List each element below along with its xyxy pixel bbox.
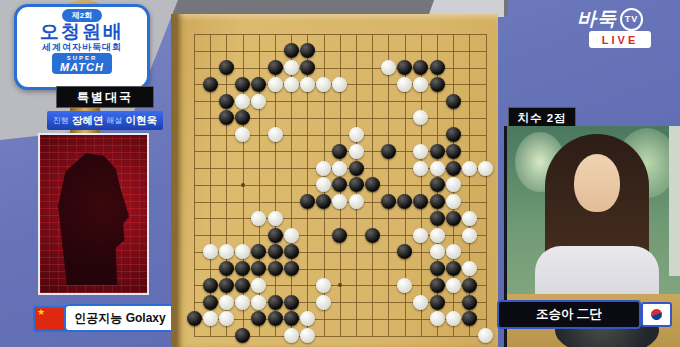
- tournament-logo: 제2회 오청원배 세계여자바둑대회 SUPER MATCH: [14, 4, 150, 90]
- black-stone: [446, 161, 461, 176]
- white-stone: [251, 295, 266, 310]
- crew-bar: 진행 장혜연 해설 이현욱: [47, 111, 163, 130]
- black-stone: [365, 228, 380, 243]
- flag-star: ★: [37, 307, 45, 317]
- white-stone: [251, 211, 266, 226]
- ai-head-silhouette: [58, 153, 132, 285]
- ai-player-panel: [38, 133, 149, 295]
- black-stone: [430, 60, 445, 75]
- black-stone: [397, 244, 412, 259]
- black-stone: [251, 261, 266, 276]
- white-stone: [430, 161, 445, 176]
- white-stone: [300, 311, 315, 326]
- board-left-rim: [171, 14, 177, 347]
- black-stone: [446, 261, 461, 276]
- white-stone: [316, 295, 331, 310]
- black-stone: [462, 311, 477, 326]
- black-stone: [397, 194, 412, 209]
- black-stone: [349, 161, 364, 176]
- white-stone: [316, 161, 331, 176]
- white-stone: [478, 328, 493, 343]
- match-text: MATCH: [60, 63, 104, 72]
- white-stone: [446, 244, 461, 259]
- black-stone: [462, 295, 477, 310]
- black-stone: [332, 144, 347, 159]
- white-stone: [430, 311, 445, 326]
- black-stone: [316, 194, 331, 209]
- black-stone: [381, 194, 396, 209]
- commentator-label: 해설: [107, 115, 123, 126]
- match-type-badge: 특별대국: [56, 86, 154, 108]
- black-stone: [203, 278, 218, 293]
- white-stone: [446, 278, 461, 293]
- black-stone: [268, 244, 283, 259]
- black-stone: [251, 244, 266, 259]
- white-stone: [349, 194, 364, 209]
- white-stone: [235, 295, 250, 310]
- white-stone: [397, 77, 412, 92]
- host-name: 장혜연: [72, 114, 104, 128]
- white-stone: [284, 60, 299, 75]
- white-stone: [413, 161, 428, 176]
- black-stone: [430, 211, 445, 226]
- white-stone: [446, 311, 461, 326]
- white-stone: [251, 94, 266, 109]
- white-stone: [219, 244, 234, 259]
- black-stone: [430, 194, 445, 209]
- tournament-subtitle: 세계여자바둑대회: [42, 42, 122, 52]
- super-match-badge: SUPER MATCH: [52, 53, 112, 74]
- white-stone: [268, 127, 283, 142]
- black-stone: [235, 328, 250, 343]
- black-stone: [446, 94, 461, 109]
- white-stone: [478, 161, 493, 176]
- white-stone: [316, 77, 331, 92]
- black-stone: [430, 177, 445, 192]
- black-stone: [284, 261, 299, 276]
- black-stone: [203, 77, 218, 92]
- player-white-label: 조승아 二단: [497, 300, 641, 329]
- white-stone: [235, 94, 250, 109]
- black-stone: [235, 278, 250, 293]
- host-label: 진행: [53, 115, 69, 126]
- black-stone: [268, 311, 283, 326]
- black-stone: [446, 127, 461, 142]
- white-stone: [300, 328, 315, 343]
- player-face: [574, 154, 620, 212]
- black-stone: [381, 144, 396, 159]
- white-stone: [413, 77, 428, 92]
- white-stone: [300, 77, 315, 92]
- grid-line: [388, 34, 389, 336]
- taegeuk-symbol: [649, 307, 664, 322]
- black-stone: [430, 144, 445, 159]
- channel-logo: 바둑 TV: [577, 8, 677, 30]
- white-stone: [235, 244, 250, 259]
- black-stone: [462, 278, 477, 293]
- white-stone: [462, 228, 477, 243]
- white-stone: [268, 211, 283, 226]
- broadcast-frame: { "game": "go", "position": { "format": …: [0, 0, 680, 347]
- black-stone: [203, 295, 218, 310]
- black-stone: [219, 94, 234, 109]
- white-stone: [381, 60, 396, 75]
- black-stone: [284, 43, 299, 58]
- black-stone: [413, 194, 428, 209]
- white-stone: [203, 244, 218, 259]
- black-stone: [284, 295, 299, 310]
- white-stone: [235, 127, 250, 142]
- star-point: [241, 183, 245, 187]
- black-stone: [430, 261, 445, 276]
- white-stone: [332, 161, 347, 176]
- black-stone: [365, 177, 380, 192]
- white-stone: [413, 110, 428, 125]
- black-stone: [219, 110, 234, 125]
- white-stone: [316, 278, 331, 293]
- white-stone: [430, 244, 445, 259]
- black-stone: [332, 228, 347, 243]
- live-badge: LIVE: [589, 31, 651, 48]
- black-stone: [430, 295, 445, 310]
- black-stone: [235, 77, 250, 92]
- white-stone: [219, 295, 234, 310]
- tv-circle-icon: TV: [620, 8, 643, 31]
- black-stone: [268, 261, 283, 276]
- black-stone: [397, 60, 412, 75]
- white-stone: [332, 77, 347, 92]
- white-stone: [268, 77, 283, 92]
- white-stone: [284, 228, 299, 243]
- white-stone: [251, 278, 266, 293]
- white-stone: [430, 228, 445, 243]
- white-stone: [219, 311, 234, 326]
- black-stone: [268, 228, 283, 243]
- white-stone: [203, 311, 218, 326]
- white-stone: [462, 161, 477, 176]
- white-stone: [446, 194, 461, 209]
- black-stone: [284, 311, 299, 326]
- black-stone: [187, 311, 202, 326]
- korea-flag-icon: [641, 302, 672, 327]
- white-stone: [446, 177, 461, 192]
- black-stone: [284, 244, 299, 259]
- grid-line: [486, 34, 487, 336]
- white-stone: [349, 127, 364, 142]
- player-black-label: 인공지능 Golaxy: [64, 304, 176, 332]
- white-stone: [413, 144, 428, 159]
- black-stone: [219, 278, 234, 293]
- white-stone: [413, 295, 428, 310]
- commentator-name: 이현욱: [126, 114, 158, 128]
- white-stone: [413, 228, 428, 243]
- white-stone: [397, 278, 412, 293]
- black-stone: [251, 77, 266, 92]
- black-stone: [446, 211, 461, 226]
- white-stone: [284, 77, 299, 92]
- white-stone: [462, 211, 477, 226]
- channel-name: 바둑: [577, 6, 617, 32]
- black-stone: [219, 60, 234, 75]
- black-stone: [300, 194, 315, 209]
- black-stone: [430, 77, 445, 92]
- black-stone: [349, 177, 364, 192]
- white-stone: [462, 261, 477, 276]
- black-stone: [219, 261, 234, 276]
- black-stone: [268, 60, 283, 75]
- black-stone: [300, 43, 315, 58]
- goban: [177, 14, 498, 347]
- black-stone: [251, 311, 266, 326]
- black-stone: [235, 110, 250, 125]
- black-stone: [413, 60, 428, 75]
- black-stone: [268, 295, 283, 310]
- black-stone: [430, 278, 445, 293]
- tournament-title: 오청원배: [40, 22, 124, 42]
- black-stone: [332, 177, 347, 192]
- white-stone: [316, 177, 331, 192]
- background-pillar: [669, 126, 680, 276]
- white-stone: [349, 144, 364, 159]
- star-point: [338, 283, 342, 287]
- black-stone: [300, 60, 315, 75]
- white-stone: [284, 328, 299, 343]
- white-stone: [332, 194, 347, 209]
- black-stone: [235, 261, 250, 276]
- black-stone: [446, 144, 461, 159]
